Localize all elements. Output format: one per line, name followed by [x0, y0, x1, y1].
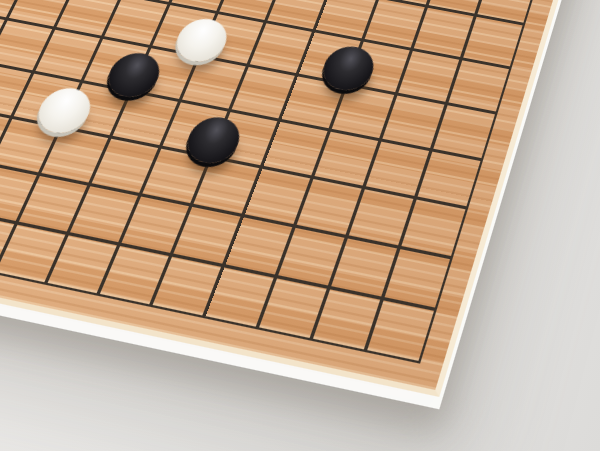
photo-scene — [0, 0, 600, 451]
board-grid-lines — [0, 0, 600, 363]
go-board[interactable] — [0, 0, 600, 396]
